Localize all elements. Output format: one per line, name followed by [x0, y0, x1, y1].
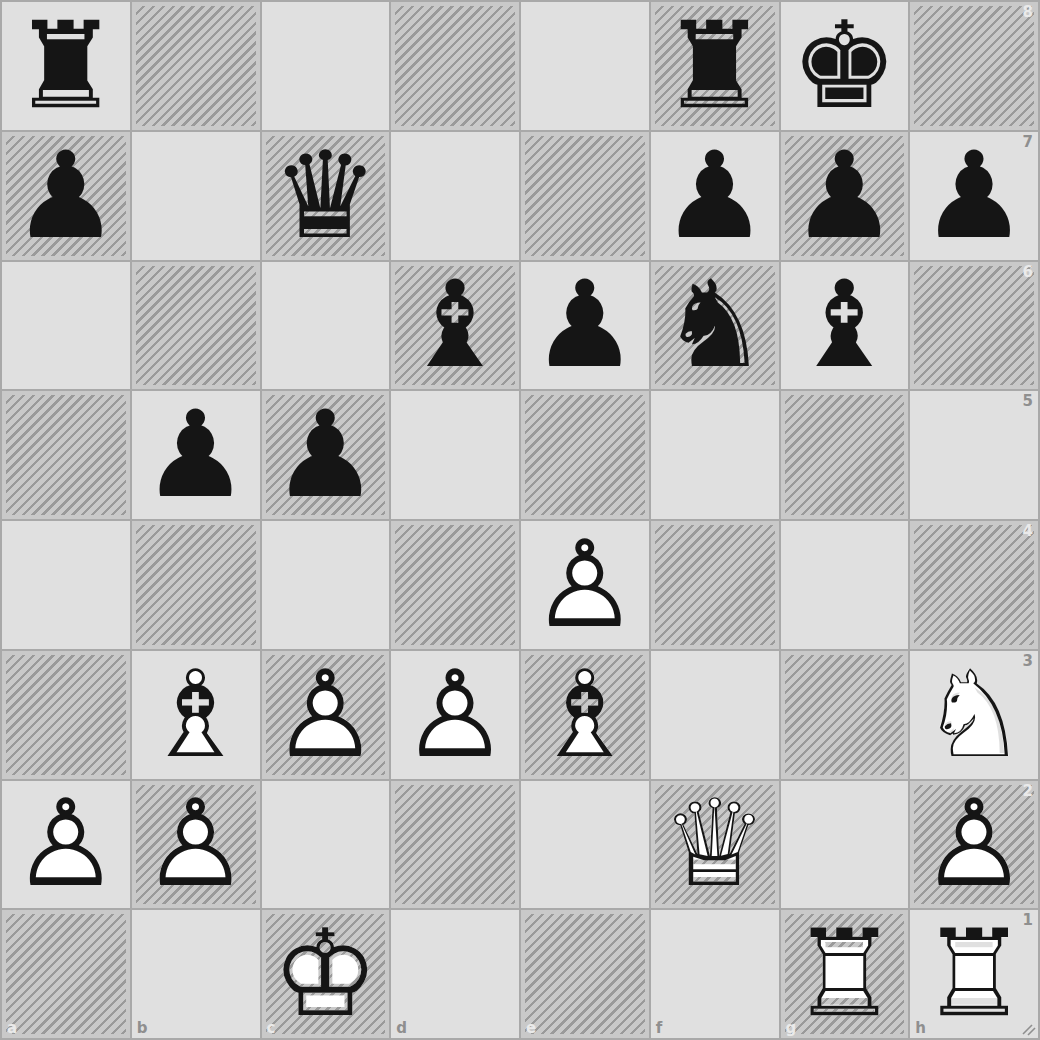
- square-g3[interactable]: [781, 651, 909, 779]
- square-a2[interactable]: ♟♙: [2, 781, 130, 909]
- square-b8[interactable]: [132, 2, 260, 130]
- square-a3[interactable]: [2, 651, 130, 779]
- square-b2[interactable]: ♟♙: [132, 781, 260, 909]
- square-c7[interactable]: ♛: [262, 132, 390, 260]
- white-pawn[interactable]: ♟♙: [521, 521, 649, 649]
- piece-outline-layer: ♙: [401, 655, 509, 775]
- square-h6[interactable]: 6: [910, 262, 1038, 390]
- square-f8[interactable]: ♜: [651, 2, 779, 130]
- piece-outline-layer: ♘: [920, 655, 1028, 775]
- file-label-c: c: [267, 1021, 276, 1036]
- square-e1[interactable]: e: [521, 910, 649, 1038]
- rank-label-3: 3: [1023, 654, 1033, 669]
- square-c1[interactable]: ♚♔c: [262, 910, 390, 1038]
- square-f5[interactable]: [651, 391, 779, 519]
- square-f6[interactable]: ♞: [651, 262, 779, 390]
- black-pawn[interactable]: ♟: [651, 132, 779, 260]
- square-g4[interactable]: [781, 521, 909, 649]
- square-d6[interactable]: ♝: [391, 262, 519, 390]
- square-c4[interactable]: [262, 521, 390, 649]
- black-pawn[interactable]: ♟: [521, 262, 649, 390]
- white-pawn[interactable]: ♟♙: [132, 781, 260, 909]
- square-c6[interactable]: [262, 262, 390, 390]
- black-king[interactable]: ♚: [781, 2, 909, 130]
- black-pawn[interactable]: ♟: [262, 391, 390, 519]
- black-pawn[interactable]: ♟: [910, 132, 1038, 260]
- rank-label-1: 1: [1023, 913, 1033, 928]
- square-c3[interactable]: ♟♙: [262, 651, 390, 779]
- square-g6[interactable]: ♝: [781, 262, 909, 390]
- square-a1[interactable]: a: [2, 910, 130, 1038]
- square-e8[interactable]: [521, 2, 649, 130]
- rank-label-7: 7: [1023, 135, 1033, 150]
- square-h8[interactable]: 8: [910, 2, 1038, 130]
- black-queen[interactable]: ♛: [262, 132, 390, 260]
- piece-fill-layer: ♝: [401, 265, 509, 385]
- square-e4[interactable]: ♟♙: [521, 521, 649, 649]
- square-b7[interactable]: [132, 132, 260, 260]
- black-knight[interactable]: ♞: [651, 262, 779, 390]
- square-g8[interactable]: ♚: [781, 2, 909, 130]
- black-pawn[interactable]: ♟: [781, 132, 909, 260]
- file-label-e: e: [526, 1021, 536, 1036]
- square-b5[interactable]: ♟: [132, 391, 260, 519]
- square-d7[interactable]: [391, 132, 519, 260]
- square-b1[interactable]: b: [132, 910, 260, 1038]
- file-label-f: f: [656, 1021, 663, 1036]
- square-h7[interactable]: ♟7: [910, 132, 1038, 260]
- file-label-b: b: [137, 1021, 148, 1036]
- square-b6[interactable]: [132, 262, 260, 390]
- piece-fill-layer: ♜: [12, 6, 120, 126]
- white-king[interactable]: ♚♔: [262, 910, 390, 1038]
- piece-outline-layer: ♙: [920, 784, 1028, 904]
- white-knight[interactable]: ♞♘: [910, 651, 1038, 779]
- piece-outline-layer: ♗: [531, 655, 639, 775]
- piece-fill-layer: ♞: [661, 265, 769, 385]
- piece-fill-layer: ♟: [791, 136, 899, 256]
- piece-outline-layer: ♙: [531, 525, 639, 645]
- black-bishop[interactable]: ♝: [781, 262, 909, 390]
- square-e2[interactable]: [521, 781, 649, 909]
- square-e5[interactable]: [521, 391, 649, 519]
- square-f1[interactable]: f: [651, 910, 779, 1038]
- black-pawn[interactable]: ♟: [132, 391, 260, 519]
- white-pawn[interactable]: ♟♙: [2, 781, 130, 909]
- piece-fill-layer: ♚: [791, 6, 899, 126]
- square-f2[interactable]: ♛♕: [651, 781, 779, 909]
- piece-fill-layer: ♛: [272, 136, 380, 256]
- square-f3[interactable]: [651, 651, 779, 779]
- white-bishop[interactable]: ♝♗: [521, 651, 649, 779]
- white-rook[interactable]: ♜♖: [910, 910, 1038, 1038]
- file-label-a: a: [7, 1021, 17, 1036]
- square-a4[interactable]: [2, 521, 130, 649]
- piece-outline-layer: ♖: [791, 914, 899, 1034]
- square-g1[interactable]: ♜♖g: [781, 910, 909, 1038]
- piece-fill-layer: ♟: [272, 395, 380, 515]
- piece-fill-layer: ♝: [791, 265, 899, 385]
- square-g7[interactable]: ♟: [781, 132, 909, 260]
- rank-label-6: 6: [1023, 265, 1033, 280]
- piece-outline-layer: ♕: [661, 784, 769, 904]
- piece-outline-layer: ♙: [272, 655, 380, 775]
- square-d8[interactable]: [391, 2, 519, 130]
- piece-outline-layer: ♙: [142, 784, 250, 904]
- square-d2[interactable]: [391, 781, 519, 909]
- square-d1[interactable]: d: [391, 910, 519, 1038]
- square-f7[interactable]: ♟: [651, 132, 779, 260]
- square-c8[interactable]: [262, 2, 390, 130]
- square-h3[interactable]: ♞♘3: [910, 651, 1038, 779]
- piece-outline-layer: ♙: [12, 784, 120, 904]
- black-bishop[interactable]: ♝: [391, 262, 519, 390]
- black-rook[interactable]: ♜: [2, 2, 130, 130]
- piece-fill-layer: ♟: [12, 136, 120, 256]
- white-rook[interactable]: ♜♖: [781, 910, 909, 1038]
- white-bishop[interactable]: ♝♗: [132, 651, 260, 779]
- square-e7[interactable]: [521, 132, 649, 260]
- piece-outline-layer: ♖: [920, 914, 1028, 1034]
- square-g5[interactable]: [781, 391, 909, 519]
- piece-fill-layer: ♟: [142, 395, 250, 515]
- square-g2[interactable]: [781, 781, 909, 909]
- rank-label-5: 5: [1023, 394, 1033, 409]
- square-h4[interactable]: 4: [910, 521, 1038, 649]
- black-rook[interactable]: ♜: [651, 2, 779, 130]
- piece-outline-layer: ♗: [142, 655, 250, 775]
- piece-fill-layer: ♜: [661, 6, 769, 126]
- piece-fill-layer: ♟: [920, 136, 1028, 256]
- square-e6[interactable]: ♟: [521, 262, 649, 390]
- square-c2[interactable]: [262, 781, 390, 909]
- square-b3[interactable]: ♝♗: [132, 651, 260, 779]
- square-d3[interactable]: ♟♙: [391, 651, 519, 779]
- square-b4[interactable]: [132, 521, 260, 649]
- square-f4[interactable]: [651, 521, 779, 649]
- chess-board: ♜♜♚8♟♛♟♟♟7♝♟♞♝6♟♟5♟♙4♝♗♟♙♟♙♝♗♞♘3♟♙♟♙♛♕♟♙…: [0, 0, 1040, 1040]
- piece-fill-layer: ♟: [531, 265, 639, 385]
- rank-label-8: 8: [1023, 5, 1033, 20]
- square-h1[interactable]: ♜♖1h: [910, 910, 1038, 1038]
- rank-label-4: 4: [1023, 524, 1033, 539]
- square-d4[interactable]: [391, 521, 519, 649]
- piece-fill-layer: ♟: [661, 136, 769, 256]
- square-d5[interactable]: [391, 391, 519, 519]
- white-pawn[interactable]: ♟♙: [910, 781, 1038, 909]
- white-pawn[interactable]: ♟♙: [262, 651, 390, 779]
- square-a5[interactable]: [2, 391, 130, 519]
- square-a7[interactable]: ♟: [2, 132, 130, 260]
- white-pawn[interactable]: ♟♙: [391, 651, 519, 779]
- square-e3[interactable]: ♝♗: [521, 651, 649, 779]
- file-label-h: h: [915, 1021, 926, 1036]
- square-a6[interactable]: [2, 262, 130, 390]
- square-a8[interactable]: ♜: [2, 2, 130, 130]
- piece-outline-layer: ♔: [272, 914, 380, 1034]
- file-label-d: d: [396, 1021, 407, 1036]
- square-c5[interactable]: ♟: [262, 391, 390, 519]
- black-pawn[interactable]: ♟: [2, 132, 130, 260]
- square-h2[interactable]: ♟♙2: [910, 781, 1038, 909]
- rank-label-2: 2: [1023, 784, 1033, 799]
- white-queen[interactable]: ♛♕: [651, 781, 779, 909]
- corner-hatch-mark-icon: [1022, 1022, 1036, 1036]
- file-label-g: g: [786, 1021, 797, 1036]
- square-h5[interactable]: 5: [910, 391, 1038, 519]
